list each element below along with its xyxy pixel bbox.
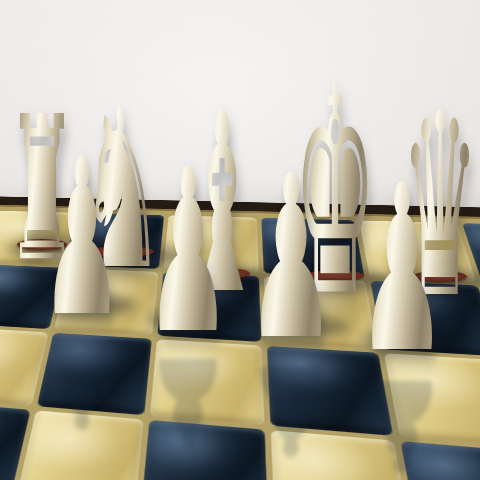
pieces-layer: ♜♞♝♚♛♟♟♟♟♟♟♟♟ — [0, 0, 480, 480]
piece-white-pawn-c7: ♟ — [145, 140, 231, 366]
piece-white-pawn-d7: ♟ — [246, 147, 336, 372]
chess-set-photo: ♜♞♝♚♛♟♟♟♟♟♟♟♟ — [0, 0, 480, 480]
piece-white-pawn-e7: ♟ — [357, 156, 447, 386]
piece-white-pawn-b7: ♟ — [41, 132, 123, 348]
